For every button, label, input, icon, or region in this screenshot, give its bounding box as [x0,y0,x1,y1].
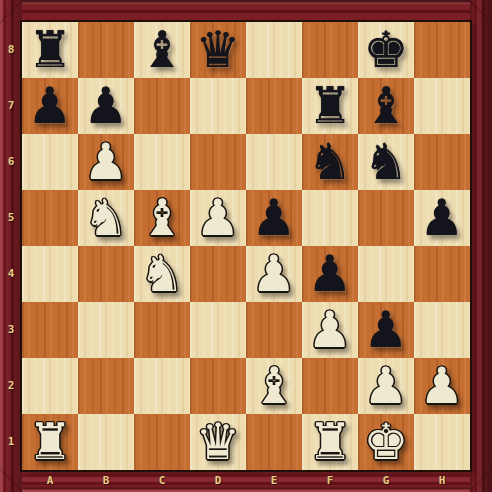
square-c4[interactable]: ♞ [134,246,190,302]
square-a4[interactable] [22,246,78,302]
rank-label-3: 3 [0,302,22,358]
square-c8[interactable]: ♝ [134,22,190,78]
square-e8[interactable] [246,22,302,78]
square-e3[interactable] [246,302,302,358]
file-label-f: F [302,470,358,492]
frame-edge-top [0,0,492,22]
square-a8[interactable]: ♜ [22,22,78,78]
file-label-e: E [246,470,302,492]
square-g6[interactable]: ♞ [358,134,414,190]
piece-black-rook[interactable]: ♜ [22,22,78,78]
square-e1[interactable] [246,414,302,470]
square-g5[interactable] [358,190,414,246]
rank-label-6: 6 [0,134,22,190]
rank-label-5: 5 [0,190,22,246]
piece-white-pawn[interactable]: ♟ [190,190,246,246]
piece-black-knight[interactable]: ♞ [358,134,414,190]
square-f7[interactable]: ♜ [302,78,358,134]
square-a1[interactable]: ♜ [22,414,78,470]
rank-label-8: 8 [0,22,22,78]
square-d2[interactable] [190,358,246,414]
square-h5[interactable]: ♟ [414,190,470,246]
piece-white-knight[interactable]: ♞ [134,246,190,302]
piece-white-pawn[interactable]: ♟ [302,302,358,358]
square-a5[interactable] [22,190,78,246]
square-d1[interactable]: ♛ [190,414,246,470]
rank-label-1: 1 [0,414,22,470]
piece-black-pawn[interactable]: ♟ [78,78,134,134]
square-g4[interactable] [358,246,414,302]
square-b2[interactable] [78,358,134,414]
piece-black-bishop[interactable]: ♝ [358,78,414,134]
file-label-d: D [190,470,246,492]
piece-white-bishop[interactable]: ♝ [134,190,190,246]
piece-black-bishop[interactable]: ♝ [134,22,190,78]
square-c7[interactable] [134,78,190,134]
square-f8[interactable] [302,22,358,78]
square-d3[interactable] [190,302,246,358]
square-e6[interactable] [246,134,302,190]
square-f3[interactable]: ♟ [302,302,358,358]
square-b8[interactable] [78,22,134,78]
square-c1[interactable] [134,414,190,470]
piece-black-pawn[interactable]: ♟ [414,190,470,246]
frame-edge-right [470,0,492,492]
board-grid: ♜♝♛♚♟♟♜♝♟♞♞♞♝♟♟♟♞♟♟♟♟♝♟♟♜♛♜♚ [22,22,470,470]
square-b1[interactable] [78,414,134,470]
piece-white-queen[interactable]: ♛ [190,414,246,470]
square-f4[interactable]: ♟ [302,246,358,302]
square-g3[interactable]: ♟ [358,302,414,358]
piece-white-pawn[interactable]: ♟ [414,358,470,414]
file-label-g: G [358,470,414,492]
piece-black-pawn[interactable]: ♟ [246,190,302,246]
square-h7[interactable] [414,78,470,134]
rank-label-2: 2 [0,358,22,414]
file-label-a: A [22,470,78,492]
square-h8[interactable] [414,22,470,78]
square-d6[interactable] [190,134,246,190]
square-g8[interactable]: ♚ [358,22,414,78]
piece-white-king[interactable]: ♚ [358,414,414,470]
piece-black-knight[interactable]: ♞ [302,134,358,190]
square-h1[interactable] [414,414,470,470]
square-c5[interactable]: ♝ [134,190,190,246]
square-g2[interactable]: ♟ [358,358,414,414]
square-c3[interactable] [134,302,190,358]
square-b7[interactable]: ♟ [78,78,134,134]
square-g1[interactable]: ♚ [358,414,414,470]
square-f2[interactable] [302,358,358,414]
square-c2[interactable] [134,358,190,414]
square-b3[interactable] [78,302,134,358]
piece-black-pawn[interactable]: ♟ [358,302,414,358]
square-h2[interactable]: ♟ [414,358,470,414]
piece-white-knight[interactable]: ♞ [78,190,134,246]
piece-black-pawn[interactable]: ♟ [22,78,78,134]
square-e5[interactable]: ♟ [246,190,302,246]
square-a2[interactable] [22,358,78,414]
square-a3[interactable] [22,302,78,358]
square-d5[interactable]: ♟ [190,190,246,246]
square-b5[interactable]: ♞ [78,190,134,246]
square-c6[interactable] [134,134,190,190]
piece-black-king[interactable]: ♚ [358,22,414,78]
square-g7[interactable]: ♝ [358,78,414,134]
square-f5[interactable] [302,190,358,246]
square-f6[interactable]: ♞ [302,134,358,190]
piece-white-rook[interactable]: ♜ [302,414,358,470]
square-b6[interactable]: ♟ [78,134,134,190]
rank-label-7: 7 [0,78,22,134]
square-b4[interactable] [78,246,134,302]
file-label-b: B [78,470,134,492]
piece-white-pawn[interactable]: ♟ [78,134,134,190]
square-e2[interactable]: ♝ [246,358,302,414]
piece-white-rook[interactable]: ♜ [22,414,78,470]
chess-board-window: 87654321 ABCDEFGH ♜♝♛♚♟♟♜♝♟♞♞♞♝♟♟♟♞♟♟♟♟♝… [0,0,492,492]
square-a6[interactable] [22,134,78,190]
piece-black-rook[interactable]: ♜ [302,78,358,134]
piece-white-pawn[interactable]: ♟ [246,246,302,302]
piece-white-pawn[interactable]: ♟ [358,358,414,414]
square-h3[interactable] [414,302,470,358]
square-f1[interactable]: ♜ [302,414,358,470]
rank-label-4: 4 [0,246,22,302]
piece-black-queen[interactable]: ♛ [190,22,246,78]
piece-black-pawn[interactable]: ♟ [302,246,358,302]
square-h6[interactable] [414,134,470,190]
square-d8[interactable]: ♛ [190,22,246,78]
file-label-c: C [134,470,190,492]
piece-white-bishop[interactable]: ♝ [246,358,302,414]
file-label-h: H [414,470,470,492]
square-a7[interactable]: ♟ [22,78,78,134]
square-d7[interactable] [190,78,246,134]
square-e4[interactable]: ♟ [246,246,302,302]
square-d4[interactable] [190,246,246,302]
square-e7[interactable] [246,78,302,134]
square-h4[interactable] [414,246,470,302]
